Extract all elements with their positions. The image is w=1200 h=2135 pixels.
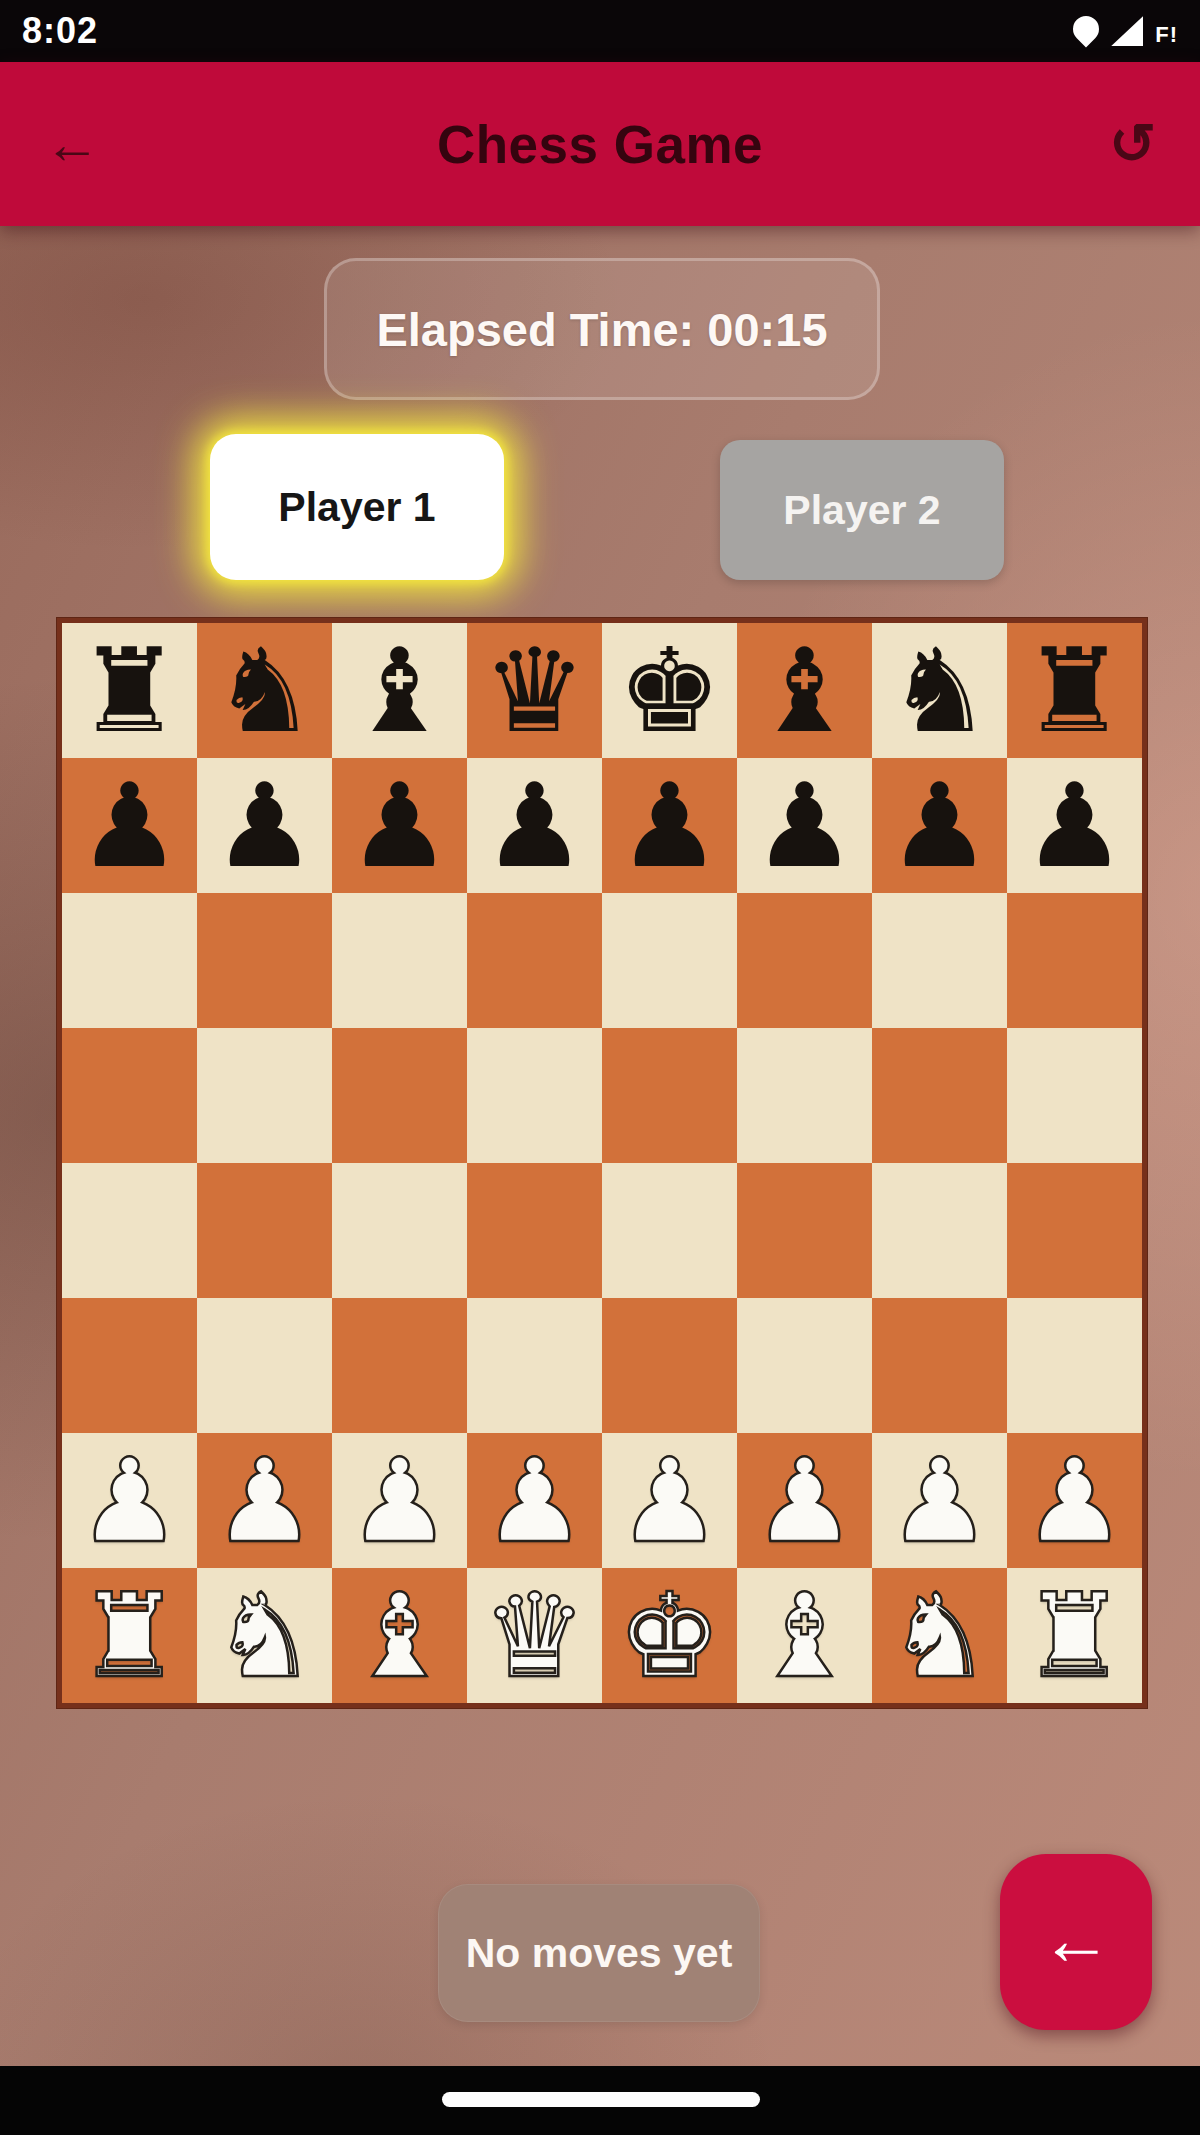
square-g4[interactable] xyxy=(872,1163,1007,1298)
reset-game-icon[interactable]: ↺ xyxy=(1086,116,1156,172)
square-e2[interactable]: ♟ xyxy=(602,1433,737,1568)
square-c8[interactable]: ♝ xyxy=(332,623,467,758)
square-g7[interactable]: ♟ xyxy=(872,758,1007,893)
square-a5[interactable] xyxy=(62,1028,197,1163)
elapsed-time-badge: Elapsed Time: 00:15 xyxy=(324,258,880,400)
network-type-label: F! xyxy=(1155,22,1178,48)
piece-black-rook: ♜ xyxy=(78,623,182,758)
square-e4[interactable] xyxy=(602,1163,737,1298)
move-list-badge: No moves yet xyxy=(438,1884,760,2022)
piece-white-bishop: ♝ xyxy=(348,1568,452,1703)
left-arrow-icon: ← xyxy=(1040,1903,1112,1975)
square-f5[interactable] xyxy=(737,1028,872,1163)
piece-white-pawn: ♟ xyxy=(618,1433,722,1568)
piece-black-pawn: ♟ xyxy=(753,758,857,893)
piece-black-pawn: ♟ xyxy=(1023,758,1127,893)
home-indicator[interactable] xyxy=(442,2092,760,2107)
piece-white-rook: ♜ xyxy=(78,1568,182,1703)
piece-black-king: ♚ xyxy=(618,623,722,758)
square-c7[interactable]: ♟ xyxy=(332,758,467,893)
piece-white-pawn: ♟ xyxy=(213,1433,317,1568)
system-navigation-bar xyxy=(0,2066,1200,2135)
wifi-icon xyxy=(1068,11,1105,48)
square-h6[interactable] xyxy=(1007,893,1142,1028)
square-h3[interactable] xyxy=(1007,1298,1142,1433)
square-g1[interactable]: ♞ xyxy=(872,1568,1007,1703)
square-f7[interactable]: ♟ xyxy=(737,758,872,893)
player-1-button[interactable]: Player 1 xyxy=(210,434,504,580)
piece-black-pawn: ♟ xyxy=(618,758,722,893)
square-g3[interactable] xyxy=(872,1298,1007,1433)
piece-black-queen: ♛ xyxy=(483,623,587,758)
page-title: Chess Game xyxy=(114,114,1086,175)
square-d4[interactable] xyxy=(467,1163,602,1298)
chess-app-screen: 8:02 F! ← Chess Game ↺ Elapsed Time: 00:… xyxy=(0,0,1200,2135)
square-a7[interactable]: ♟ xyxy=(62,758,197,893)
piece-black-pawn: ♟ xyxy=(888,758,992,893)
square-e1[interactable]: ♚ xyxy=(602,1568,737,1703)
square-f4[interactable] xyxy=(737,1163,872,1298)
square-f6[interactable] xyxy=(737,893,872,1028)
piece-white-bishop: ♝ xyxy=(753,1568,857,1703)
square-d3[interactable] xyxy=(467,1298,602,1433)
elapsed-time-text: Elapsed Time: 00:15 xyxy=(376,302,827,357)
piece-white-pawn: ♟ xyxy=(1023,1433,1127,1568)
square-b1[interactable]: ♞ xyxy=(197,1568,332,1703)
square-f3[interactable] xyxy=(737,1298,872,1433)
square-e3[interactable] xyxy=(602,1298,737,1433)
piece-black-knight: ♞ xyxy=(888,623,992,758)
square-a2[interactable]: ♟ xyxy=(62,1433,197,1568)
piece-black-pawn: ♟ xyxy=(483,758,587,893)
square-a3[interactable] xyxy=(62,1298,197,1433)
square-d8[interactable]: ♛ xyxy=(467,623,602,758)
piece-white-rook: ♜ xyxy=(1023,1568,1127,1703)
square-f2[interactable]: ♟ xyxy=(737,1433,872,1568)
square-h5[interactable] xyxy=(1007,1028,1142,1163)
piece-black-bishop: ♝ xyxy=(753,623,857,758)
piece-white-pawn: ♟ xyxy=(78,1433,182,1568)
square-b5[interactable] xyxy=(197,1028,332,1163)
square-e5[interactable] xyxy=(602,1028,737,1163)
square-c1[interactable]: ♝ xyxy=(332,1568,467,1703)
square-g5[interactable] xyxy=(872,1028,1007,1163)
piece-black-rook: ♜ xyxy=(1023,623,1127,758)
square-b6[interactable] xyxy=(197,893,332,1028)
square-a4[interactable] xyxy=(62,1163,197,1298)
piece-black-knight: ♞ xyxy=(213,623,317,758)
piece-white-knight: ♞ xyxy=(888,1568,992,1703)
piece-black-pawn: ♟ xyxy=(213,758,317,893)
square-e6[interactable] xyxy=(602,893,737,1028)
square-h4[interactable] xyxy=(1007,1163,1142,1298)
square-f8[interactable]: ♝ xyxy=(737,623,872,758)
square-b7[interactable]: ♟ xyxy=(197,758,332,893)
cellular-signal-icon xyxy=(1111,16,1143,46)
piece-black-pawn: ♟ xyxy=(348,758,452,893)
square-c6[interactable] xyxy=(332,893,467,1028)
square-c2[interactable]: ♟ xyxy=(332,1433,467,1568)
square-e7[interactable]: ♟ xyxy=(602,758,737,893)
square-a6[interactable] xyxy=(62,893,197,1028)
clock-time: 8:02 xyxy=(22,10,98,52)
player-2-button[interactable]: Player 2 xyxy=(720,440,1004,580)
app-bar: ← Chess Game ↺ xyxy=(0,62,1200,226)
piece-black-bishop: ♝ xyxy=(348,623,452,758)
square-c3[interactable] xyxy=(332,1298,467,1433)
square-f1[interactable]: ♝ xyxy=(737,1568,872,1703)
status-bar: 8:02 F! xyxy=(0,0,1200,62)
square-g6[interactable] xyxy=(872,893,1007,1028)
square-c4[interactable] xyxy=(332,1163,467,1298)
piece-white-pawn: ♟ xyxy=(348,1433,452,1568)
status-icons: F! xyxy=(1073,14,1178,48)
move-list-text: No moves yet xyxy=(466,1930,733,1977)
square-e8[interactable]: ♚ xyxy=(602,623,737,758)
square-h1[interactable]: ♜ xyxy=(1007,1568,1142,1703)
piece-white-knight: ♞ xyxy=(213,1568,317,1703)
square-d1[interactable]: ♛ xyxy=(467,1568,602,1703)
square-g8[interactable]: ♞ xyxy=(872,623,1007,758)
chess-board: ♜♞♝♛♚♝♞♜♟♟♟♟♟♟♟♟♟♟♟♟♟♟♟♟♜♞♝♛♚♝♞♜ xyxy=(57,618,1147,1708)
square-b4[interactable] xyxy=(197,1163,332,1298)
piece-white-pawn: ♟ xyxy=(483,1433,587,1568)
back-arrow-icon[interactable]: ← xyxy=(44,116,114,172)
square-d5[interactable] xyxy=(467,1028,602,1163)
undo-move-fab[interactable]: ← xyxy=(1000,1854,1152,2030)
piece-white-pawn: ♟ xyxy=(753,1433,857,1568)
square-h7[interactable]: ♟ xyxy=(1007,758,1142,893)
piece-white-queen: ♛ xyxy=(483,1568,587,1703)
square-b2[interactable]: ♟ xyxy=(197,1433,332,1568)
square-d6[interactable] xyxy=(467,893,602,1028)
square-c5[interactable] xyxy=(332,1028,467,1163)
square-a8[interactable]: ♜ xyxy=(62,623,197,758)
square-b3[interactable] xyxy=(197,1298,332,1433)
piece-white-king: ♚ xyxy=(618,1568,722,1703)
square-d2[interactable]: ♟ xyxy=(467,1433,602,1568)
square-h2[interactable]: ♟ xyxy=(1007,1433,1142,1568)
square-b8[interactable]: ♞ xyxy=(197,623,332,758)
square-g2[interactable]: ♟ xyxy=(872,1433,1007,1568)
piece-black-pawn: ♟ xyxy=(78,758,182,893)
square-h8[interactable]: ♜ xyxy=(1007,623,1142,758)
square-d7[interactable]: ♟ xyxy=(467,758,602,893)
piece-white-pawn: ♟ xyxy=(888,1433,992,1568)
square-a1[interactable]: ♜ xyxy=(62,1568,197,1703)
